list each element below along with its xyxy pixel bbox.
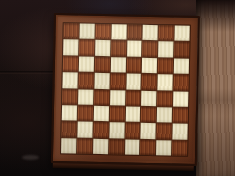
square-r3c4 [110, 57, 125, 73]
square-r4c7 [158, 74, 173, 90]
square-r3c2 [79, 56, 94, 72]
square-r5c6 [141, 90, 156, 106]
square-r6c1 [62, 105, 77, 121]
square-r7c8 [173, 124, 188, 140]
wood-floor-strip [196, 0, 235, 176]
square-r2c2 [79, 40, 94, 56]
square-r3c7 [158, 58, 173, 74]
square-r4c5 [126, 74, 141, 90]
square-r7c3 [93, 122, 108, 138]
square-r3c8 [174, 58, 189, 74]
square-r3c6 [142, 58, 157, 74]
square-r5c1 [62, 89, 77, 105]
square-r1c5 [127, 25, 142, 41]
square-r7c6 [141, 123, 156, 139]
square-r1c8 [175, 26, 190, 42]
square-r8c2 [77, 138, 92, 154]
square-r1c2 [79, 24, 94, 40]
square-r2c3 [95, 40, 110, 56]
square-r5c2 [78, 89, 93, 105]
square-r2c6 [142, 41, 157, 57]
square-r6c7 [157, 107, 172, 123]
square-r7c1 [61, 121, 76, 137]
square-r8c5 [125, 139, 140, 155]
square-r7c4 [109, 122, 124, 138]
square-r5c4 [110, 90, 125, 106]
square-r2c1 [63, 40, 78, 56]
square-r3c1 [63, 56, 78, 72]
square-r8c3 [93, 138, 108, 154]
square-r4c2 [78, 73, 93, 89]
square-r5c7 [157, 91, 172, 107]
square-r6c2 [78, 105, 93, 121]
board-grid [60, 22, 191, 157]
square-r4c6 [142, 74, 157, 90]
square-r6c6 [141, 107, 156, 123]
square-r2c5 [127, 41, 142, 57]
square-r1c4 [111, 24, 126, 40]
square-r2c7 [158, 42, 173, 58]
square-r4c3 [94, 73, 109, 89]
square-r7c2 [77, 122, 92, 138]
square-r8c6 [140, 139, 155, 155]
square-r5c8 [173, 91, 188, 107]
square-r8c1 [61, 138, 76, 154]
square-r6c5 [125, 106, 140, 122]
square-r8c7 [156, 140, 171, 156]
square-r2c8 [174, 42, 189, 58]
square-r1c3 [95, 24, 110, 40]
square-r4c8 [174, 75, 189, 91]
square-r8c4 [109, 139, 124, 155]
square-r7c7 [157, 123, 172, 139]
background-smudge [22, 155, 39, 160]
square-r6c4 [109, 106, 124, 122]
square-r4c4 [110, 73, 125, 89]
square-r5c3 [94, 89, 109, 105]
square-r6c8 [173, 107, 188, 123]
background-edge-line [0, 71, 57, 74]
photo-scene [0, 0, 235, 176]
square-r1c6 [143, 25, 158, 41]
square-r5c5 [126, 90, 141, 106]
square-r2c4 [111, 41, 126, 57]
square-r1c1 [63, 23, 78, 39]
square-r8c8 [172, 140, 187, 156]
chessboard [51, 13, 200, 166]
square-r4c1 [62, 72, 77, 88]
square-r3c3 [95, 57, 110, 73]
square-r7c5 [125, 123, 140, 139]
chessboard-frame [51, 13, 200, 166]
square-r1c7 [159, 25, 174, 41]
square-r3c5 [126, 57, 141, 73]
square-r6c3 [93, 106, 108, 122]
